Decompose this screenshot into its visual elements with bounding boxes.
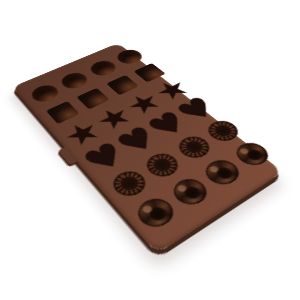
chocolate-mold: ★★★★♥♥♥♥: [12, 43, 283, 254]
product-photo: ★★★★♥♥♥♥: [0, 0, 300, 300]
cavity-grid: ★★★★♥♥♥♥: [12, 43, 283, 254]
